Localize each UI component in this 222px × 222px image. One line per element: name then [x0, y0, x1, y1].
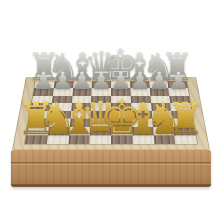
box-bottom-edge	[11, 184, 211, 187]
box-lid-seam	[11, 162, 211, 165]
piece-silver-pawn-c7[interactable]: ♟	[71, 69, 93, 93]
piece-silver-pawn-h7[interactable]: ♟	[168, 69, 190, 93]
piece-silver-pawn-b7[interactable]: ♟	[52, 69, 74, 93]
wooden-box-front	[11, 150, 211, 187]
pieces-layer: ♜♞♝♛♚♝♞♜♟♟♟♟♟♟♟♟♜♞♝♛♚♝♞♜	[0, 0, 222, 222]
chess-set-photo: ♜♞♝♛♚♝♞♜♟♟♟♟♟♟♟♟♜♞♝♛♚♝♞♜	[0, 0, 222, 222]
piece-silver-pawn-g7[interactable]: ♟	[149, 69, 171, 93]
piece-gold-rook-h1[interactable]: ♜	[166, 97, 205, 141]
piece-silver-pawn-a7[interactable]: ♟	[33, 69, 55, 93]
